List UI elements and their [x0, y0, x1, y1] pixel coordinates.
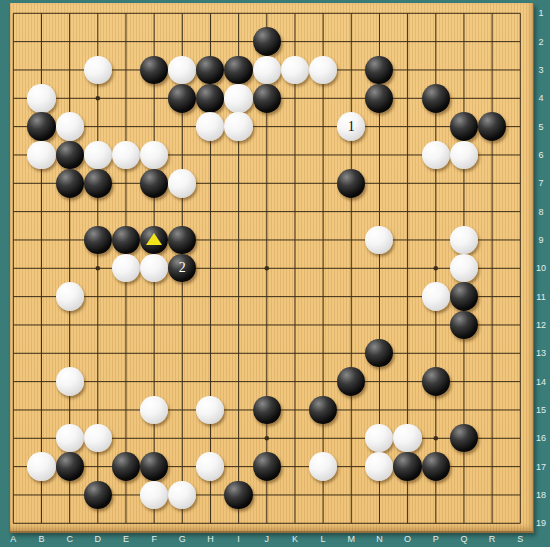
board-intersection-R13[interactable]: [478, 339, 506, 367]
board-intersection-S8[interactable]: [506, 197, 534, 225]
board-intersection-C11[interactable]: [56, 282, 84, 310]
board-intersection-G16[interactable]: [168, 424, 196, 452]
board-intersection-M13[interactable]: [337, 339, 365, 367]
board-intersection-F15[interactable]: [140, 396, 168, 424]
board-intersection-P6[interactable]: [422, 141, 450, 169]
board-intersection-G18[interactable]: [168, 481, 196, 509]
board-intersection-D18[interactable]: [84, 481, 112, 509]
board-intersection-K14[interactable]: [281, 367, 309, 395]
board-intersection-R7[interactable]: [478, 169, 506, 197]
board-intersection-R1[interactable]: [478, 0, 506, 27]
board-intersection-D8[interactable]: [84, 197, 112, 225]
board-intersection-B7[interactable]: [27, 169, 55, 197]
board-intersection-B6[interactable]: [27, 141, 55, 169]
board-intersection-D16[interactable]: [84, 424, 112, 452]
board-intersection-I13[interactable]: [224, 339, 252, 367]
board-intersection-R14[interactable]: [478, 367, 506, 395]
board-intersection-J5[interactable]: [253, 112, 281, 140]
board-intersection-G3[interactable]: [168, 56, 196, 84]
board-intersection-D14[interactable]: [84, 367, 112, 395]
board-intersection-N15[interactable]: [365, 396, 393, 424]
board-intersection-R12[interactable]: [478, 311, 506, 339]
board-intersection-Q8[interactable]: [450, 197, 478, 225]
board-intersection-P14[interactable]: [422, 367, 450, 395]
board-intersection-M14[interactable]: [337, 367, 365, 395]
board-intersection-B18[interactable]: [27, 481, 55, 509]
board-intersection-P18[interactable]: [422, 481, 450, 509]
board-intersection-C13[interactable]: [56, 339, 84, 367]
board-intersection-D1[interactable]: [84, 0, 112, 27]
board-intersection-E6[interactable]: [112, 141, 140, 169]
board-intersection-F6[interactable]: [140, 141, 168, 169]
board-intersection-N5[interactable]: [365, 112, 393, 140]
board-intersection-M2[interactable]: [337, 27, 365, 55]
board-intersection-L13[interactable]: [309, 339, 337, 367]
board-intersection-S18[interactable]: [506, 481, 534, 509]
board-intersection-K6[interactable]: [281, 141, 309, 169]
board-intersection-E15[interactable]: [112, 396, 140, 424]
board-intersection-H2[interactable]: [196, 27, 224, 55]
board-intersection-P17[interactable]: [422, 452, 450, 480]
board-intersection-E5[interactable]: [112, 112, 140, 140]
board-intersection-C17[interactable]: [56, 452, 84, 480]
board-intersection-F14[interactable]: [140, 367, 168, 395]
board-intersection-D5[interactable]: [84, 112, 112, 140]
board-intersection-B5[interactable]: [27, 112, 55, 140]
board-intersection-L15[interactable]: [309, 396, 337, 424]
board-intersection-O7[interactable]: [393, 169, 421, 197]
board-intersection-S6[interactable]: [506, 141, 534, 169]
board-intersection-N14[interactable]: [365, 367, 393, 395]
board-intersection-S16[interactable]: [506, 424, 534, 452]
board-intersection-H10[interactable]: [196, 254, 224, 282]
board-intersection-O11[interactable]: [393, 282, 421, 310]
board-intersection-I17[interactable]: [224, 452, 252, 480]
board-intersection-C15[interactable]: [56, 396, 84, 424]
board-intersection-B12[interactable]: [27, 311, 55, 339]
board-intersection-N4[interactable]: [365, 84, 393, 112]
board-intersection-N10[interactable]: [365, 254, 393, 282]
board-intersection-A13[interactable]: [0, 339, 27, 367]
board-intersection-J9[interactable]: [253, 226, 281, 254]
board-intersection-F7[interactable]: [140, 169, 168, 197]
board-intersection-A8[interactable]: [0, 197, 27, 225]
board-intersection-F1[interactable]: [140, 0, 168, 27]
board-intersection-K5[interactable]: [281, 112, 309, 140]
board-intersection-Q5[interactable]: [450, 112, 478, 140]
board-intersection-A3[interactable]: [0, 56, 27, 84]
board-intersection-M5[interactable]: 1: [337, 112, 365, 140]
board-intersection-G10[interactable]: 2: [168, 254, 196, 282]
board-intersection-Q3[interactable]: [450, 56, 478, 84]
board-intersection-E4[interactable]: [112, 84, 140, 112]
board-intersection-C16[interactable]: [56, 424, 84, 452]
board-intersection-L11[interactable]: [309, 282, 337, 310]
board-intersection-P2[interactable]: [422, 27, 450, 55]
board-intersection-Q16[interactable]: [450, 424, 478, 452]
board-intersection-Q7[interactable]: [450, 169, 478, 197]
board-intersection-G4[interactable]: [168, 84, 196, 112]
board-intersection-Q14[interactable]: [450, 367, 478, 395]
board-intersection-B10[interactable]: [27, 254, 55, 282]
board-intersection-F13[interactable]: [140, 339, 168, 367]
board-intersection-C5[interactable]: [56, 112, 84, 140]
board-intersection-B4[interactable]: [27, 84, 55, 112]
board-intersection-D6[interactable]: [84, 141, 112, 169]
board-intersection-L18[interactable]: [309, 481, 337, 509]
board-intersection-H8[interactable]: [196, 197, 224, 225]
board-intersection-L14[interactable]: [309, 367, 337, 395]
board-intersection-F5[interactable]: [140, 112, 168, 140]
board-intersection-P13[interactable]: [422, 339, 450, 367]
board-intersection-P8[interactable]: [422, 197, 450, 225]
board-intersection-Q1[interactable]: [450, 0, 478, 27]
board-intersection-A18[interactable]: [0, 481, 27, 509]
board-intersection-E7[interactable]: [112, 169, 140, 197]
goban[interactable]: 12: [10, 3, 534, 533]
board-intersection-D4[interactable]: [84, 84, 112, 112]
board-intersection-S7[interactable]: [506, 169, 534, 197]
board-intersection-A12[interactable]: [0, 311, 27, 339]
board-intersection-E1[interactable]: [112, 0, 140, 27]
board-intersection-H7[interactable]: [196, 169, 224, 197]
board-intersection-H14[interactable]: [196, 367, 224, 395]
board-intersection-K17[interactable]: [281, 452, 309, 480]
board-intersection-H17[interactable]: [196, 452, 224, 480]
board-intersection-J11[interactable]: [253, 282, 281, 310]
board-intersection-I10[interactable]: [224, 254, 252, 282]
board-intersection-J4[interactable]: [253, 84, 281, 112]
board-intersection-M4[interactable]: [337, 84, 365, 112]
board-intersection-H18[interactable]: [196, 481, 224, 509]
board-intersection-E11[interactable]: [112, 282, 140, 310]
board-intersection-P7[interactable]: [422, 169, 450, 197]
board-intersection-E8[interactable]: [112, 197, 140, 225]
board-intersection-H12[interactable]: [196, 311, 224, 339]
board-intersection-K7[interactable]: [281, 169, 309, 197]
board-intersection-F17[interactable]: [140, 452, 168, 480]
board-intersection-R16[interactable]: [478, 424, 506, 452]
board-intersection-G1[interactable]: [168, 0, 196, 27]
board-intersection-S5[interactable]: [506, 112, 534, 140]
board-intersection-D13[interactable]: [84, 339, 112, 367]
board-intersection-H3[interactable]: [196, 56, 224, 84]
board-intersection-O12[interactable]: [393, 311, 421, 339]
board-intersection-G9[interactable]: [168, 226, 196, 254]
board-intersection-J16[interactable]: [253, 424, 281, 452]
board-intersection-C18[interactable]: [56, 481, 84, 509]
board-intersection-I16[interactable]: [224, 424, 252, 452]
board-intersection-L17[interactable]: [309, 452, 337, 480]
board-intersection-M1[interactable]: [337, 0, 365, 27]
board-intersection-M17[interactable]: [337, 452, 365, 480]
board-intersection-I11[interactable]: [224, 282, 252, 310]
board-intersection-E3[interactable]: [112, 56, 140, 84]
board-intersection-I18[interactable]: [224, 481, 252, 509]
board-intersection-H9[interactable]: [196, 226, 224, 254]
board-intersection-S13[interactable]: [506, 339, 534, 367]
board-intersection-F16[interactable]: [140, 424, 168, 452]
board-intersection-M16[interactable]: [337, 424, 365, 452]
board-intersection-S10[interactable]: [506, 254, 534, 282]
board-intersection-G6[interactable]: [168, 141, 196, 169]
board-intersection-L1[interactable]: [309, 0, 337, 27]
board-intersection-I14[interactable]: [224, 367, 252, 395]
board-intersection-A15[interactable]: [0, 396, 27, 424]
board-intersection-I1[interactable]: [224, 0, 252, 27]
board-intersection-E9[interactable]: [112, 226, 140, 254]
board-intersection-M8[interactable]: [337, 197, 365, 225]
board-intersection-B2[interactable]: [27, 27, 55, 55]
board-intersection-A10[interactable]: [0, 254, 27, 282]
board-intersection-A4[interactable]: [0, 84, 27, 112]
board-intersection-J13[interactable]: [253, 339, 281, 367]
board-intersection-A5[interactable]: [0, 112, 27, 140]
board-intersection-E18[interactable]: [112, 481, 140, 509]
board-intersection-N12[interactable]: [365, 311, 393, 339]
board-intersection-J8[interactable]: [253, 197, 281, 225]
board-intersection-J17[interactable]: [253, 452, 281, 480]
board-intersection-H4[interactable]: [196, 84, 224, 112]
board-intersection-K15[interactable]: [281, 396, 309, 424]
board-intersection-L8[interactable]: [309, 197, 337, 225]
board-intersection-O4[interactable]: [393, 84, 421, 112]
board-intersection-C12[interactable]: [56, 311, 84, 339]
board-intersection-L3[interactable]: [309, 56, 337, 84]
board-intersection-G8[interactable]: [168, 197, 196, 225]
board-intersection-O18[interactable]: [393, 481, 421, 509]
board-intersection-L9[interactable]: [309, 226, 337, 254]
board-intersection-J6[interactable]: [253, 141, 281, 169]
board-intersection-F4[interactable]: [140, 84, 168, 112]
board-intersection-K8[interactable]: [281, 197, 309, 225]
board-intersection-K1[interactable]: [281, 0, 309, 27]
board-intersection-K9[interactable]: [281, 226, 309, 254]
board-intersection-O8[interactable]: [393, 197, 421, 225]
board-intersection-L6[interactable]: [309, 141, 337, 169]
board-intersection-S9[interactable]: [506, 226, 534, 254]
board-intersection-J3[interactable]: [253, 56, 281, 84]
board-intersection-B15[interactable]: [27, 396, 55, 424]
board-intersection-J12[interactable]: [253, 311, 281, 339]
board-intersection-P1[interactable]: [422, 0, 450, 27]
board-intersection-L16[interactable]: [309, 424, 337, 452]
board-intersection-M6[interactable]: [337, 141, 365, 169]
board-intersection-S17[interactable]: [506, 452, 534, 480]
board-intersection-O6[interactable]: [393, 141, 421, 169]
board-intersection-O15[interactable]: [393, 396, 421, 424]
board-intersection-S4[interactable]: [506, 84, 534, 112]
board-intersection-Q4[interactable]: [450, 84, 478, 112]
board-intersection-F2[interactable]: [140, 27, 168, 55]
board-intersection-N2[interactable]: [365, 27, 393, 55]
board-intersection-Q12[interactable]: [450, 311, 478, 339]
board-intersection-I6[interactable]: [224, 141, 252, 169]
board-intersection-R4[interactable]: [478, 84, 506, 112]
board-intersection-O3[interactable]: [393, 56, 421, 84]
board-intersection-O16[interactable]: [393, 424, 421, 452]
board-intersection-P10[interactable]: [422, 254, 450, 282]
board-intersection-P9[interactable]: [422, 226, 450, 254]
board-intersection-I12[interactable]: [224, 311, 252, 339]
board-intersection-C14[interactable]: [56, 367, 84, 395]
board-intersection-K3[interactable]: [281, 56, 309, 84]
board-intersection-G11[interactable]: [168, 282, 196, 310]
board-intersection-I3[interactable]: [224, 56, 252, 84]
board-intersection-D11[interactable]: [84, 282, 112, 310]
board-intersection-O17[interactable]: [393, 452, 421, 480]
board-intersection-P16[interactable]: [422, 424, 450, 452]
board-intersection-E16[interactable]: [112, 424, 140, 452]
board-intersection-B8[interactable]: [27, 197, 55, 225]
board-intersection-O9[interactable]: [393, 226, 421, 254]
board-intersection-O1[interactable]: [393, 0, 421, 27]
board-intersection-D2[interactable]: [84, 27, 112, 55]
board-intersection-S14[interactable]: [506, 367, 534, 395]
board-intersection-Q9[interactable]: [450, 226, 478, 254]
board-intersection-K16[interactable]: [281, 424, 309, 452]
board-intersection-H1[interactable]: [196, 0, 224, 27]
board-intersection-S12[interactable]: [506, 311, 534, 339]
board-intersection-M3[interactable]: [337, 56, 365, 84]
board-intersection-F18[interactable]: [140, 481, 168, 509]
board-intersection-B11[interactable]: [27, 282, 55, 310]
board-intersection-R3[interactable]: [478, 56, 506, 84]
board-intersection-L10[interactable]: [309, 254, 337, 282]
board-intersection-B1[interactable]: [27, 0, 55, 27]
board-intersection-M7[interactable]: [337, 169, 365, 197]
board-intersection-A17[interactable]: [0, 452, 27, 480]
board-intersection-A9[interactable]: [0, 226, 27, 254]
board-intersection-H5[interactable]: [196, 112, 224, 140]
board-intersection-O14[interactable]: [393, 367, 421, 395]
board-intersection-M10[interactable]: [337, 254, 365, 282]
board-intersection-I15[interactable]: [224, 396, 252, 424]
board-intersection-A14[interactable]: [0, 367, 27, 395]
board-intersection-R9[interactable]: [478, 226, 506, 254]
board-intersection-N18[interactable]: [365, 481, 393, 509]
board-intersection-F8[interactable]: [140, 197, 168, 225]
board-intersection-J7[interactable]: [253, 169, 281, 197]
board-intersection-H15[interactable]: [196, 396, 224, 424]
board-intersection-F10[interactable]: [140, 254, 168, 282]
board-intersection-E12[interactable]: [112, 311, 140, 339]
board-intersection-R15[interactable]: [478, 396, 506, 424]
board-intersection-N16[interactable]: [365, 424, 393, 452]
board-intersection-I2[interactable]: [224, 27, 252, 55]
board-intersection-G13[interactable]: [168, 339, 196, 367]
board-intersection-Q11[interactable]: [450, 282, 478, 310]
board-intersection-P15[interactable]: [422, 396, 450, 424]
board-intersection-S11[interactable]: [506, 282, 534, 310]
board-intersection-F11[interactable]: [140, 282, 168, 310]
board-intersection-L7[interactable]: [309, 169, 337, 197]
board-intersection-C7[interactable]: [56, 169, 84, 197]
board-intersection-D7[interactable]: [84, 169, 112, 197]
board-intersection-M18[interactable]: [337, 481, 365, 509]
board-intersection-R11[interactable]: [478, 282, 506, 310]
board-intersection-Q10[interactable]: [450, 254, 478, 282]
board-intersection-Q2[interactable]: [450, 27, 478, 55]
board-intersection-Q13[interactable]: [450, 339, 478, 367]
board-intersection-S3[interactable]: [506, 56, 534, 84]
board-intersection-D10[interactable]: [84, 254, 112, 282]
board-intersection-N13[interactable]: [365, 339, 393, 367]
board-intersection-J14[interactable]: [253, 367, 281, 395]
board-intersection-K12[interactable]: [281, 311, 309, 339]
board-intersection-L12[interactable]: [309, 311, 337, 339]
board-intersection-R10[interactable]: [478, 254, 506, 282]
board-intersection-O2[interactable]: [393, 27, 421, 55]
board-intersection-E2[interactable]: [112, 27, 140, 55]
board-intersection-E14[interactable]: [112, 367, 140, 395]
board-intersection-I9[interactable]: [224, 226, 252, 254]
board-intersection-G7[interactable]: [168, 169, 196, 197]
board-intersection-K4[interactable]: [281, 84, 309, 112]
board-intersection-L4[interactable]: [309, 84, 337, 112]
board-intersection-Q17[interactable]: [450, 452, 478, 480]
board-intersection-B17[interactable]: [27, 452, 55, 480]
board-intersection-C10[interactable]: [56, 254, 84, 282]
board-intersection-A16[interactable]: [0, 424, 27, 452]
board-intersection-H11[interactable]: [196, 282, 224, 310]
board-intersection-J2[interactable]: [253, 27, 281, 55]
board-intersection-Q6[interactable]: [450, 141, 478, 169]
board-intersection-K10[interactable]: [281, 254, 309, 282]
board-intersection-O5[interactable]: [393, 112, 421, 140]
board-intersection-R8[interactable]: [478, 197, 506, 225]
board-intersection-M9[interactable]: [337, 226, 365, 254]
board-intersection-R18[interactable]: [478, 481, 506, 509]
board-intersection-F3[interactable]: [140, 56, 168, 84]
board-intersection-N7[interactable]: [365, 169, 393, 197]
board-intersection-L2[interactable]: [309, 27, 337, 55]
board-intersection-C2[interactable]: [56, 27, 84, 55]
board-intersection-A11[interactable]: [0, 282, 27, 310]
board-intersection-N3[interactable]: [365, 56, 393, 84]
board-intersection-O10[interactable]: [393, 254, 421, 282]
board-intersection-G17[interactable]: [168, 452, 196, 480]
board-intersection-Q15[interactable]: [450, 396, 478, 424]
board-intersection-G2[interactable]: [168, 27, 196, 55]
board-intersection-N11[interactable]: [365, 282, 393, 310]
board-intersection-I5[interactable]: [224, 112, 252, 140]
board-intersection-E13[interactable]: [112, 339, 140, 367]
board-intersection-D15[interactable]: [84, 396, 112, 424]
board-intersection-M15[interactable]: [337, 396, 365, 424]
board-intersection-B16[interactable]: [27, 424, 55, 452]
board-intersection-E17[interactable]: [112, 452, 140, 480]
board-intersection-M12[interactable]: [337, 311, 365, 339]
board-intersection-N8[interactable]: [365, 197, 393, 225]
board-intersection-D9[interactable]: [84, 226, 112, 254]
board-intersection-C3[interactable]: [56, 56, 84, 84]
board-intersection-B9[interactable]: [27, 226, 55, 254]
board-intersection-S15[interactable]: [506, 396, 534, 424]
board-intersection-B3[interactable]: [27, 56, 55, 84]
board-intersection-C6[interactable]: [56, 141, 84, 169]
board-intersection-G12[interactable]: [168, 311, 196, 339]
board-intersection-A6[interactable]: [0, 141, 27, 169]
board-intersection-B13[interactable]: [27, 339, 55, 367]
board-intersection-D12[interactable]: [84, 311, 112, 339]
board-intersection-C4[interactable]: [56, 84, 84, 112]
board-intersection-I8[interactable]: [224, 197, 252, 225]
board-intersection-I4[interactable]: [224, 84, 252, 112]
board-intersection-D17[interactable]: [84, 452, 112, 480]
board-intersection-P3[interactable]: [422, 56, 450, 84]
board-intersection-L5[interactable]: [309, 112, 337, 140]
